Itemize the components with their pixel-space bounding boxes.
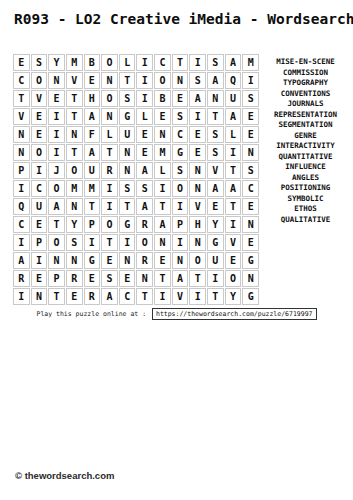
grid-cell: G bbox=[119, 108, 136, 125]
grid-cell: V bbox=[207, 162, 224, 179]
grid-cell: G bbox=[207, 234, 224, 251]
grid-cell: O bbox=[48, 180, 65, 197]
grid-cell: L bbox=[101, 126, 118, 143]
grid-cell: T bbox=[119, 72, 136, 89]
grid-cell: N bbox=[242, 216, 259, 233]
grid-cell: O bbox=[66, 162, 83, 179]
grid-cell: E bbox=[84, 270, 101, 287]
grid-cell: S bbox=[242, 162, 259, 179]
word-list-item: COMMISSION bbox=[258, 68, 353, 79]
puzzle-url[interactable]: https://thewordsearch.com/puzzle/6719997 bbox=[152, 308, 317, 320]
grid-cell: I bbox=[207, 270, 224, 287]
grid-cell: Q bbox=[13, 198, 30, 215]
grid-cell: O bbox=[31, 72, 48, 89]
grid-cell: G bbox=[242, 252, 259, 269]
grid-cell: T bbox=[101, 144, 118, 161]
grid-cell: L bbox=[136, 108, 153, 125]
grid-cell: V bbox=[13, 108, 30, 125]
grid-cell: Q bbox=[225, 72, 242, 89]
grid-cell: N bbox=[242, 270, 259, 287]
play-instruction-label: Play this puzzle online at : bbox=[36, 310, 146, 318]
word-list-item: REPRESENTATION bbox=[258, 110, 353, 121]
grid-cell: L bbox=[119, 54, 136, 71]
grid-cell: N bbox=[66, 126, 83, 143]
grid-cell: O bbox=[48, 234, 65, 251]
grid-cell: O bbox=[101, 54, 118, 71]
grid-cell: E bbox=[189, 144, 206, 161]
grid-cell: A bbox=[101, 288, 118, 305]
grid-cell: V bbox=[66, 72, 83, 89]
grid-cell: T bbox=[189, 270, 206, 287]
grid-cell: N bbox=[66, 198, 83, 215]
grid-cell: S bbox=[31, 54, 48, 71]
grid-cell: N bbox=[154, 234, 171, 251]
grid-cell: E bbox=[31, 108, 48, 125]
grid-cell: I bbox=[48, 126, 65, 143]
grid-cell: Y bbox=[207, 216, 224, 233]
grid-cell: G bbox=[172, 144, 189, 161]
grid-cell: S bbox=[66, 234, 83, 251]
word-list-item: SEGMENTATION bbox=[258, 120, 353, 131]
grid-cell: O bbox=[136, 234, 153, 251]
grid-cell: T bbox=[101, 234, 118, 251]
grid-cell: Y bbox=[225, 288, 242, 305]
grid-cell: S bbox=[242, 90, 259, 107]
grid-cell: N bbox=[242, 144, 259, 161]
grid-cell: E bbox=[154, 252, 171, 269]
grid-cell: A bbox=[207, 180, 224, 197]
grid-cell: S bbox=[101, 270, 118, 287]
grid-cell: I bbox=[31, 252, 48, 269]
grid-cell: I bbox=[189, 54, 206, 71]
grid-cell: S bbox=[207, 126, 224, 143]
grid-cell: T bbox=[84, 198, 101, 215]
grid-cell: A bbox=[207, 72, 224, 89]
grid-cell: R bbox=[136, 216, 153, 233]
grid-cell: I bbox=[119, 234, 136, 251]
grid-cell: P bbox=[13, 162, 30, 179]
grid-cell: C bbox=[242, 180, 259, 197]
grid-cell: M bbox=[66, 54, 83, 71]
grid-cell: T bbox=[154, 270, 171, 287]
grid-cell: I bbox=[172, 234, 189, 251]
grid-cell: L bbox=[154, 162, 171, 179]
grid-cell: E bbox=[242, 234, 259, 251]
grid-cell: P bbox=[31, 234, 48, 251]
grid-cell: U bbox=[207, 252, 224, 269]
grid-cell: R bbox=[66, 270, 83, 287]
grid-cell: M bbox=[84, 180, 101, 197]
grid-cell: E bbox=[189, 126, 206, 143]
grid-cell: I bbox=[101, 180, 118, 197]
grid-cell: I bbox=[242, 72, 259, 89]
word-list-item: INFLUENCE bbox=[258, 162, 353, 173]
grid-cell: I bbox=[136, 72, 153, 89]
grid-cell: A bbox=[225, 180, 242, 197]
grid-cell: A bbox=[225, 108, 242, 125]
grid-cell: A bbox=[84, 108, 101, 125]
grid-cell: U bbox=[225, 90, 242, 107]
grid-cell: E bbox=[84, 72, 101, 89]
grid-cell: O bbox=[225, 270, 242, 287]
grid-cell: T bbox=[207, 108, 224, 125]
grid-cell: S bbox=[189, 72, 206, 89]
grid-cell: A bbox=[189, 90, 206, 107]
grid-cell: M bbox=[66, 180, 83, 197]
grid-cell: B bbox=[84, 54, 101, 71]
grid-cell: I bbox=[154, 180, 171, 197]
grid-cell: I bbox=[48, 108, 65, 125]
grid-cell: C bbox=[13, 216, 30, 233]
word-list-item: MISE-EN-SCENE bbox=[258, 57, 353, 68]
grid-cell: P bbox=[172, 216, 189, 233]
grid-cell: N bbox=[13, 144, 30, 161]
grid-cell: I bbox=[13, 288, 30, 305]
grid-cell: I bbox=[136, 54, 153, 71]
grid-cell: H bbox=[84, 90, 101, 107]
grid-cell: M bbox=[242, 54, 259, 71]
grid-cell: R bbox=[13, 270, 30, 287]
grid-cell: E bbox=[242, 126, 259, 143]
grid-cell: B bbox=[154, 90, 171, 107]
grid-cell: N bbox=[207, 90, 224, 107]
word-list-item: CONVENTIONS bbox=[258, 89, 353, 100]
word-list-item: JOURNALS bbox=[258, 99, 353, 110]
grid-cell: I bbox=[189, 288, 206, 305]
grid-cell: E bbox=[13, 54, 30, 71]
grid-cell: P bbox=[84, 216, 101, 233]
word-list-item: QUALITATIVE bbox=[258, 215, 353, 226]
grid-cell: N bbox=[119, 162, 136, 179]
grid-cell: E bbox=[242, 198, 259, 215]
word-list-item: QUANTITATIVE bbox=[258, 152, 353, 163]
grid-cell: N bbox=[119, 144, 136, 161]
grid-cell: O bbox=[172, 180, 189, 197]
grid-cell: C bbox=[31, 180, 48, 197]
grid-cell: I bbox=[225, 144, 242, 161]
grid-cell: M bbox=[154, 144, 171, 161]
grid-cell: S bbox=[207, 144, 224, 161]
grid-cell: N bbox=[136, 270, 153, 287]
grid-cell: E bbox=[136, 144, 153, 161]
grid-cell: T bbox=[225, 162, 242, 179]
grid-cell: N bbox=[189, 162, 206, 179]
grid-cell: E bbox=[101, 252, 118, 269]
grid-cell: N bbox=[101, 108, 118, 125]
grid-cell: O bbox=[101, 90, 118, 107]
grid-cell: S bbox=[136, 180, 153, 197]
grid-cell: U bbox=[119, 126, 136, 143]
grid-cell: S bbox=[207, 54, 224, 71]
grid-cell: N bbox=[31, 288, 48, 305]
grid-cell: T bbox=[207, 288, 224, 305]
word-list-item: SYMBOLIC bbox=[258, 194, 353, 205]
grid-cell: T bbox=[66, 144, 83, 161]
grid-cell: T bbox=[66, 90, 83, 107]
grid-cell: N bbox=[154, 126, 171, 143]
grid-cell: E bbox=[66, 288, 83, 305]
grid-cell: T bbox=[154, 198, 171, 215]
word-list-item: GENRE bbox=[258, 131, 353, 142]
grid-cell: N bbox=[66, 252, 83, 269]
grid-cell: E bbox=[31, 270, 48, 287]
word-list-item: ANGLES bbox=[258, 173, 353, 184]
grid-cell: A bbox=[136, 198, 153, 215]
grid-cell: T bbox=[172, 54, 189, 71]
grid-cell: C bbox=[13, 72, 30, 89]
grid-cell: T bbox=[136, 288, 153, 305]
grid-cell: G bbox=[242, 288, 259, 305]
grid-cell: E bbox=[31, 216, 48, 233]
grid-cell: I bbox=[48, 144, 65, 161]
grid-cell: N bbox=[172, 252, 189, 269]
grid-cell: N bbox=[48, 72, 65, 89]
grid-cell: C bbox=[154, 54, 171, 71]
grid-cell: R bbox=[84, 288, 101, 305]
grid-cell: E bbox=[48, 90, 65, 107]
grid-cell: S bbox=[119, 90, 136, 107]
grid-cell: R bbox=[101, 162, 118, 179]
grid-cell: A bbox=[13, 252, 30, 269]
grid-cell: I bbox=[189, 108, 206, 125]
grid-cell: V bbox=[172, 288, 189, 305]
grid-cell: E bbox=[31, 126, 48, 143]
grid-cell: T bbox=[13, 90, 30, 107]
word-list-item: POSITIONING bbox=[258, 183, 353, 194]
grid-cell: N bbox=[119, 252, 136, 269]
grid-cell: I bbox=[225, 216, 242, 233]
grid-cell: E bbox=[207, 198, 224, 215]
play-instruction-line: Play this puzzle online at : https://the… bbox=[0, 308, 353, 320]
grid-cell: N bbox=[189, 180, 206, 197]
grid-cell: N bbox=[48, 252, 65, 269]
grid-cell: E bbox=[172, 90, 189, 107]
grid-cell: I bbox=[154, 288, 171, 305]
page-title: R093 - LO2 Creative iMedia - Wordsearch bbox=[14, 11, 353, 27]
word-list-item: INTERACTIVITY bbox=[258, 141, 353, 152]
grid-cell: T bbox=[66, 108, 83, 125]
grid-cell: O bbox=[31, 144, 48, 161]
grid-cell: I bbox=[101, 198, 118, 215]
grid-cell: A bbox=[154, 216, 171, 233]
grid-cell: N bbox=[101, 72, 118, 89]
grid-cell: I bbox=[84, 234, 101, 251]
grid-cell: S bbox=[119, 180, 136, 197]
grid-cell: C bbox=[119, 288, 136, 305]
grid-cell: V bbox=[225, 234, 242, 251]
grid-cell: G bbox=[84, 252, 101, 269]
grid-cell: V bbox=[189, 198, 206, 215]
grid-cell: T bbox=[119, 198, 136, 215]
grid-cell: I bbox=[31, 162, 48, 179]
grid-cell: Y bbox=[66, 216, 83, 233]
grid-cell: T bbox=[48, 288, 65, 305]
site-credit: © thewordsearch.com bbox=[15, 470, 114, 481]
grid-cell: O bbox=[189, 252, 206, 269]
grid-cell: T bbox=[225, 198, 242, 215]
grid-cell: H bbox=[189, 216, 206, 233]
grid-cell: J bbox=[48, 162, 65, 179]
grid-cell: I bbox=[13, 234, 30, 251]
grid-cell: V bbox=[31, 90, 48, 107]
grid-cell: A bbox=[84, 144, 101, 161]
grid-cell: Y bbox=[48, 54, 65, 71]
grid-cell: O bbox=[101, 216, 118, 233]
grid-cell: C bbox=[172, 126, 189, 143]
grid-cell: L bbox=[225, 126, 242, 143]
grid-cell: N bbox=[189, 234, 206, 251]
grid-cell: T bbox=[48, 216, 65, 233]
grid-cell: A bbox=[225, 54, 242, 71]
grid-cell: E bbox=[242, 108, 259, 125]
grid-cell: A bbox=[136, 162, 153, 179]
grid-cell: U bbox=[84, 162, 101, 179]
grid-cell: I bbox=[136, 90, 153, 107]
grid-cell: G bbox=[119, 216, 136, 233]
word-list: MISE-EN-SCENECOMMISSIONTYPOGRAPHYCONVENT… bbox=[258, 57, 353, 225]
wordsearch-grid: ESYMBOLICTISAMCONVENTIONSAQITVETHOSIBEAN… bbox=[13, 54, 259, 305]
grid-cell: E bbox=[154, 108, 171, 125]
grid-cell: F bbox=[84, 126, 101, 143]
grid-cell: O bbox=[154, 72, 171, 89]
grid-cell: A bbox=[48, 198, 65, 215]
grid-cell: S bbox=[172, 162, 189, 179]
grid-cell: E bbox=[225, 252, 242, 269]
grid-cell: P bbox=[48, 270, 65, 287]
grid-cell: R bbox=[136, 252, 153, 269]
grid-cell: N bbox=[13, 126, 30, 143]
grid-cell: N bbox=[172, 72, 189, 89]
word-list-item: ETHOS bbox=[258, 204, 353, 215]
grid-cell: E bbox=[136, 126, 153, 143]
grid-cell: A bbox=[172, 270, 189, 287]
grid-cell: I bbox=[13, 180, 30, 197]
word-list-item: TYPOGRAPHY bbox=[258, 78, 353, 89]
grid-cell: S bbox=[172, 108, 189, 125]
grid-cell: E bbox=[119, 270, 136, 287]
grid-cell: U bbox=[31, 198, 48, 215]
grid-cell: I bbox=[172, 198, 189, 215]
